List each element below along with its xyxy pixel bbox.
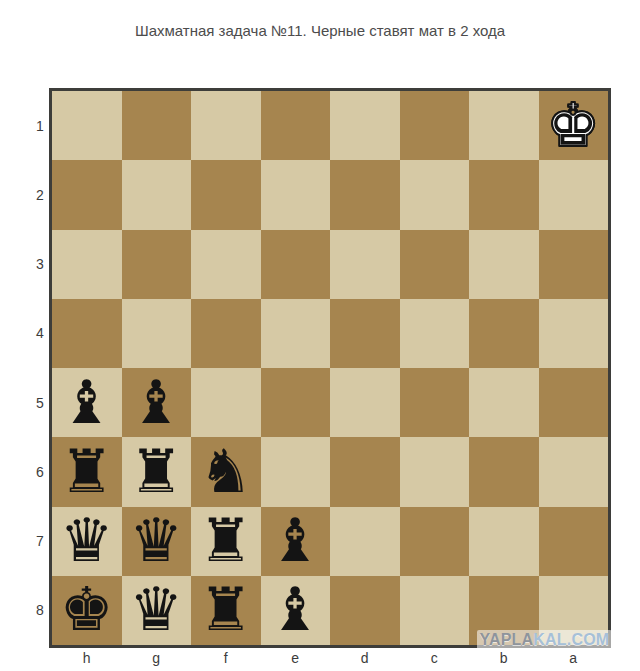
chess-board: ♚♝♝♜♜♞♛♛♜♝♚♛♜♝ <box>49 88 611 648</box>
square-g6[interactable]: ♜ <box>122 437 192 506</box>
square-c4[interactable] <box>400 299 470 368</box>
square-a1[interactable]: ♚ <box>539 91 609 160</box>
square-d3[interactable] <box>330 230 400 299</box>
file-label-h: h <box>52 648 122 668</box>
square-e7[interactable]: ♝ <box>261 507 331 576</box>
square-f4[interactable] <box>191 299 261 368</box>
square-f1[interactable] <box>191 91 261 160</box>
square-c8[interactable] <box>400 576 470 645</box>
watermark[interactable]: YAPLAKAL.COM <box>477 630 612 650</box>
square-b3[interactable] <box>469 230 539 299</box>
square-a5[interactable] <box>539 368 609 437</box>
square-f7[interactable]: ♜ <box>191 507 261 576</box>
black-bishop[interactable]: ♝ <box>60 372 114 432</box>
square-g4[interactable] <box>122 299 192 368</box>
square-b4[interactable] <box>469 299 539 368</box>
square-g7[interactable]: ♛ <box>122 507 192 576</box>
square-e5[interactable] <box>261 368 331 437</box>
square-a4[interactable] <box>539 299 609 368</box>
square-c1[interactable] <box>400 91 470 160</box>
square-b2[interactable] <box>469 160 539 229</box>
square-h5[interactable]: ♝ <box>52 368 122 437</box>
square-e2[interactable] <box>261 160 331 229</box>
square-d4[interactable] <box>330 299 400 368</box>
watermark-text-blue: KAL.COM <box>533 631 609 649</box>
square-a3[interactable] <box>539 230 609 299</box>
file-label-c: c <box>400 648 470 668</box>
square-a7[interactable] <box>539 507 609 576</box>
file-labels: hgfedcba <box>52 648 608 668</box>
file-label-d: d <box>330 648 400 668</box>
square-g3[interactable] <box>122 230 192 299</box>
square-a6[interactable] <box>539 437 609 506</box>
square-e4[interactable] <box>261 299 331 368</box>
file-label-b: b <box>469 648 539 668</box>
file-label-e: e <box>261 648 331 668</box>
square-d6[interactable] <box>330 437 400 506</box>
square-d2[interactable] <box>330 160 400 229</box>
square-b5[interactable] <box>469 368 539 437</box>
black-bishop[interactable]: ♝ <box>129 372 183 432</box>
black-rook[interactable]: ♜ <box>60 441 114 501</box>
square-d8[interactable] <box>330 576 400 645</box>
square-g1[interactable] <box>122 91 192 160</box>
watermark-text-gray: YAPLA <box>480 631 534 649</box>
square-c6[interactable] <box>400 437 470 506</box>
square-g8[interactable]: ♛ <box>122 576 192 645</box>
black-queen[interactable]: ♛ <box>60 510 114 570</box>
square-f3[interactable] <box>191 230 261 299</box>
square-b1[interactable] <box>469 91 539 160</box>
file-label-f: f <box>191 648 261 668</box>
square-c5[interactable] <box>400 368 470 437</box>
black-rook[interactable]: ♜ <box>199 579 253 639</box>
square-h4[interactable] <box>52 299 122 368</box>
square-h8[interactable]: ♚ <box>52 576 122 645</box>
square-c2[interactable] <box>400 160 470 229</box>
black-bishop[interactable]: ♝ <box>268 579 322 639</box>
square-e6[interactable] <box>261 437 331 506</box>
file-label-a: a <box>539 648 609 668</box>
square-e3[interactable] <box>261 230 331 299</box>
black-knight[interactable]: ♞ <box>199 441 253 501</box>
square-f5[interactable] <box>191 368 261 437</box>
square-h2[interactable] <box>52 160 122 229</box>
square-a2[interactable] <box>539 160 609 229</box>
white-king[interactable]: ♚ <box>546 95 600 155</box>
square-d7[interactable] <box>330 507 400 576</box>
square-f6[interactable]: ♞ <box>191 437 261 506</box>
square-e1[interactable] <box>261 91 331 160</box>
black-queen[interactable]: ♛ <box>129 579 183 639</box>
black-bishop[interactable]: ♝ <box>268 510 322 570</box>
square-g5[interactable]: ♝ <box>122 368 192 437</box>
black-king[interactable]: ♚ <box>60 579 114 639</box>
black-rook[interactable]: ♜ <box>199 510 253 570</box>
square-d1[interactable] <box>330 91 400 160</box>
square-c3[interactable] <box>400 230 470 299</box>
square-h3[interactable] <box>52 230 122 299</box>
square-h6[interactable]: ♜ <box>52 437 122 506</box>
square-b7[interactable] <box>469 507 539 576</box>
square-d5[interactable] <box>330 368 400 437</box>
file-label-g: g <box>122 648 192 668</box>
square-b6[interactable] <box>469 437 539 506</box>
square-h7[interactable]: ♛ <box>52 507 122 576</box>
square-e8[interactable]: ♝ <box>261 576 331 645</box>
square-f8[interactable]: ♜ <box>191 576 261 645</box>
square-f2[interactable] <box>191 160 261 229</box>
square-c7[interactable] <box>400 507 470 576</box>
square-g2[interactable] <box>122 160 192 229</box>
black-queen[interactable]: ♛ <box>129 510 183 570</box>
puzzle-title: Шахматная задача №11. Черные ставят мат … <box>0 22 640 39</box>
black-rook[interactable]: ♜ <box>129 441 183 501</box>
square-h1[interactable] <box>52 91 122 160</box>
